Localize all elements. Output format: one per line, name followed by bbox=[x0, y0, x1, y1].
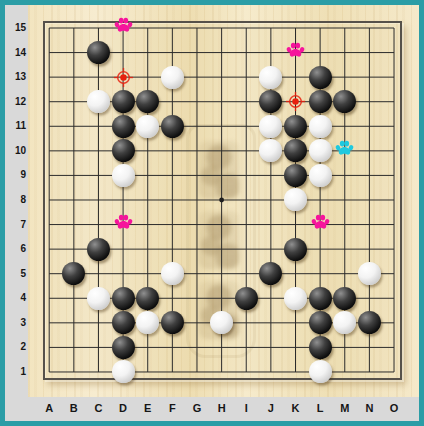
row-label: 14 bbox=[6, 47, 26, 59]
column-label: L bbox=[310, 402, 330, 414]
paw-marker-pink[interactable] bbox=[113, 212, 134, 237]
row-label: 2 bbox=[6, 341, 26, 353]
column-label: H bbox=[212, 402, 232, 414]
paw-marker-pink[interactable] bbox=[310, 212, 331, 237]
stone-black bbox=[284, 238, 307, 261]
row-label: 3 bbox=[6, 317, 26, 329]
column-label: A bbox=[39, 402, 59, 414]
column-label: C bbox=[88, 402, 108, 414]
stone-black bbox=[284, 164, 307, 187]
row-label: 1 bbox=[6, 366, 26, 378]
stone-black bbox=[112, 115, 135, 138]
star-point bbox=[219, 198, 224, 203]
target-marker-red[interactable] bbox=[285, 91, 306, 116]
column-label: D bbox=[113, 402, 133, 414]
stone-white bbox=[161, 66, 184, 89]
stone-black bbox=[309, 90, 332, 113]
row-label: 9 bbox=[6, 169, 26, 181]
column-label: N bbox=[359, 402, 379, 414]
stone-white bbox=[112, 164, 135, 187]
stone-black bbox=[112, 139, 135, 162]
row-label: 8 bbox=[6, 194, 26, 206]
row-label: 6 bbox=[6, 243, 26, 255]
paw-marker-pink[interactable] bbox=[285, 40, 306, 65]
stone-black bbox=[112, 90, 135, 113]
stone-black bbox=[112, 336, 135, 359]
row-label: 10 bbox=[6, 145, 26, 157]
board-grid[interactable] bbox=[0, 0, 424, 426]
stone-black bbox=[136, 287, 159, 310]
stone-white bbox=[309, 360, 332, 383]
stone-white bbox=[112, 360, 135, 383]
row-label: 5 bbox=[6, 268, 26, 280]
stone-white bbox=[136, 115, 159, 138]
stone-white bbox=[284, 287, 307, 310]
paw-marker-cyan[interactable] bbox=[334, 138, 355, 163]
column-label: J bbox=[261, 402, 281, 414]
column-label: F bbox=[162, 402, 182, 414]
column-label: G bbox=[187, 402, 207, 414]
column-label: K bbox=[286, 402, 306, 414]
stone-white bbox=[309, 115, 332, 138]
stone-black bbox=[284, 115, 307, 138]
row-label: 12 bbox=[6, 96, 26, 108]
stone-white bbox=[259, 115, 282, 138]
stone-white bbox=[309, 139, 332, 162]
column-label: E bbox=[138, 402, 158, 414]
column-label: M bbox=[335, 402, 355, 414]
row-label: 13 bbox=[6, 71, 26, 83]
game-window: 151413121110987654321 ABCDEFGHIJKLMNO bbox=[0, 0, 424, 426]
column-label: B bbox=[64, 402, 84, 414]
column-label: I bbox=[236, 402, 256, 414]
paw-marker-pink[interactable] bbox=[113, 15, 134, 40]
stone-white bbox=[259, 66, 282, 89]
stone-black bbox=[309, 311, 332, 334]
stone-white bbox=[87, 90, 110, 113]
row-label: 11 bbox=[6, 120, 26, 132]
stone-black bbox=[87, 238, 110, 261]
target-marker-red[interactable] bbox=[113, 67, 134, 92]
stone-black bbox=[309, 287, 332, 310]
stone-black bbox=[309, 336, 332, 359]
stone-white bbox=[161, 262, 184, 285]
stone-black bbox=[112, 311, 135, 334]
stone-black bbox=[235, 287, 258, 310]
stone-white bbox=[87, 287, 110, 310]
column-label: O bbox=[384, 402, 404, 414]
stone-black bbox=[87, 41, 110, 64]
stone-white bbox=[309, 164, 332, 187]
row-label: 7 bbox=[6, 219, 26, 231]
stone-black bbox=[333, 287, 356, 310]
stone-white bbox=[358, 262, 381, 285]
row-label-strip bbox=[5, 5, 28, 421]
stone-black bbox=[309, 66, 332, 89]
stone-black bbox=[112, 287, 135, 310]
row-label: 15 bbox=[6, 22, 26, 34]
row-label: 4 bbox=[6, 292, 26, 304]
stone-black bbox=[161, 115, 184, 138]
